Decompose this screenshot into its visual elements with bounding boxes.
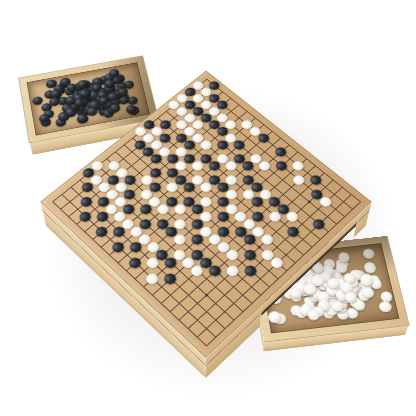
tray-stone-black: [72, 93, 84, 103]
black-stone: [110, 240, 127, 255]
tray-stone-black: [85, 82, 97, 92]
tray-stone-black: [104, 97, 116, 107]
tray-stone-black: [58, 80, 69, 90]
tray-stone-white: [323, 259, 336, 270]
tray-stone-black: [78, 89, 90, 99]
tray-stone-black: [110, 75, 122, 85]
tray-stone-black: [46, 79, 58, 89]
tray-stone-black: [79, 102, 91, 112]
tray-stone-white: [332, 273, 345, 284]
tray-stone-black: [95, 94, 106, 104]
tray-stone-white: [312, 270, 326, 282]
tray-stone-white: [321, 265, 335, 277]
black-stone: [242, 248, 259, 263]
tray-stone-white: [326, 302, 340, 314]
tray-stone-black: [85, 101, 97, 111]
tray-stone-black: [72, 90, 84, 100]
tray-stone-white: [335, 301, 349, 313]
tray-stone-black: [77, 90, 88, 100]
tray-stone-black: [76, 79, 88, 89]
tray-stone-black: [55, 117, 67, 127]
tray-stone-black: [75, 106, 87, 116]
tray-stone-black: [38, 113, 50, 123]
tray-stone-white: [343, 286, 357, 298]
tray-stone-black: [112, 84, 124, 94]
tray-stone-white: [324, 293, 338, 305]
tray-stone-white: [349, 297, 363, 309]
tray-stone-black: [103, 82, 115, 92]
tray-stone-white: [346, 278, 359, 289]
tray-stone-black: [42, 109, 54, 119]
tray-stone-black: [70, 101, 82, 111]
black-stone: [93, 225, 110, 240]
tray-stone-black: [40, 117, 52, 127]
tray-stone-black: [84, 86, 96, 96]
tray-stone-black: [79, 90, 91, 100]
tray-stone-white: [338, 284, 352, 296]
tray-stone-black: [97, 90, 109, 100]
tray-stone-white: [346, 307, 360, 319]
product-photo-scene: [0, 0, 416, 416]
tray-stone-white: [369, 278, 382, 289]
tray-stone-white: [307, 275, 321, 287]
black-stone: [310, 217, 327, 231]
white-stone: [291, 173, 307, 187]
tray-stone-white: [379, 291, 393, 303]
tray-stone-white: [352, 269, 366, 281]
tray-stone-black: [44, 89, 55, 99]
tray-stone-black: [91, 77, 103, 87]
tray-stone-white: [316, 274, 329, 285]
tray-stone-white: [268, 311, 282, 323]
tray-stone-white: [313, 267, 326, 278]
tray-stone-white: [327, 277, 341, 289]
tray-stone-white: [314, 290, 327, 301]
tray-stone-white: [289, 287, 302, 299]
tray-stone-black: [88, 89, 100, 99]
tray-stone-black: [113, 90, 124, 99]
tray-stone-black: [99, 95, 111, 105]
tray-stone-black: [103, 83, 116, 93]
tray-stone-black: [94, 101, 106, 111]
tray-stone-black: [86, 106, 98, 116]
tray-stone-white: [303, 305, 317, 317]
tray-stone-white: [306, 277, 320, 289]
tray-stone-white: [345, 275, 359, 287]
tray-stone-white: [336, 308, 350, 320]
tray-stone-white: [311, 280, 325, 292]
tray-stone-white: [348, 280, 362, 292]
tray-stone-black: [66, 83, 77, 93]
tray-stone-white: [360, 274, 374, 286]
tray-stone-black: [127, 96, 139, 106]
tray-stone-black: [49, 89, 61, 99]
tray-stone-black: [103, 73, 115, 83]
tray-stone-white: [336, 297, 350, 309]
black-stone: [273, 145, 289, 158]
tray-stone-black: [64, 87, 75, 97]
tray-stone-white: [340, 278, 354, 290]
tray-stone-white: [347, 295, 360, 307]
tray-stone-black: [54, 85, 66, 95]
tray-stone-black: [107, 93, 119, 103]
tray-stone-black: [87, 95, 98, 105]
tray-stone-black: [114, 74, 126, 84]
tray-stone-white: [321, 289, 334, 300]
tray-stone-white: [326, 304, 340, 316]
tray-stone-black: [85, 102, 98, 113]
tray-stone-white: [299, 304, 313, 316]
tray-stone-white: [315, 266, 329, 278]
tray-stone-black: [72, 82, 84, 92]
tray-stone-white: [291, 281, 305, 293]
tray-stone-black: [104, 79, 116, 89]
tray-stone-black: [117, 87, 129, 97]
black-stone: [308, 173, 324, 187]
tray-stone-white: [300, 275, 314, 287]
tray-stone-black: [79, 88, 91, 98]
tray-stone-black: [100, 76, 112, 86]
tray-stone-white: [317, 299, 331, 311]
tray-stone-black: [103, 109, 115, 119]
tray-stone-white: [361, 287, 374, 298]
tray-stone-black: [67, 104, 79, 114]
tray-stone-black: [48, 97, 60, 107]
black-stone: [273, 159, 289, 172]
tray-stone-white: [303, 286, 317, 298]
black-stone: [78, 195, 94, 209]
tray-stone-white: [307, 309, 320, 321]
tray-stone-black: [77, 89, 89, 99]
tray-stone-white: [343, 273, 356, 284]
tray-stone-white: [298, 284, 311, 295]
tray-stone-white: [289, 290, 302, 302]
tray-stone-black: [51, 88, 63, 99]
tray-stone-black: [91, 83, 103, 93]
tray-stone-white: [318, 280, 331, 292]
tray-stone-white: [353, 300, 366, 312]
tray-stone-white: [345, 287, 359, 299]
tray-stone-black: [106, 105, 118, 115]
tray-stone-white: [346, 283, 359, 294]
tray-stone-black: [89, 100, 102, 111]
tray-stone-black: [94, 89, 107, 99]
tray-stone-black: [77, 97, 90, 108]
tray-stone-white: [328, 269, 341, 280]
tray-stone-white: [297, 286, 310, 297]
tray-stone-black: [109, 96, 121, 106]
tray-stone-white: [302, 302, 316, 314]
tray-stone-black: [80, 87, 91, 97]
tray-stone-black: [65, 95, 77, 105]
tray-stone-white: [319, 279, 332, 290]
tray-stone-white: [303, 295, 316, 307]
tray-stone-white: [294, 283, 307, 295]
tray-stone-white: [295, 306, 309, 318]
tray-stone-black: [98, 96, 110, 106]
tray-stone-white: [330, 278, 343, 289]
tray-stone-white: [326, 278, 339, 290]
tray-stone-black: [107, 91, 119, 101]
tray-stone-black: [64, 107, 77, 118]
tray-stone-white: [319, 271, 333, 283]
tray-stone-white: [296, 273, 310, 285]
white-stone: [290, 159, 306, 172]
tray-stone-black: [80, 106, 92, 116]
tray-stone-white: [326, 283, 340, 295]
tray-stone-white: [338, 252, 351, 263]
tray-stone-white: [335, 258, 349, 270]
tray-stone-black: [109, 103, 121, 113]
tray-stone-white: [345, 279, 359, 291]
tray-stone-white: [299, 273, 313, 285]
tray-stone-white: [335, 279, 349, 291]
tray-stone-black: [57, 96, 69, 106]
tray-stone-black: [123, 80, 135, 90]
tray-stone-black: [82, 93, 94, 103]
tray-stone-white: [322, 267, 336, 279]
tray-stone-white: [311, 306, 325, 318]
tray-stone-black: [53, 83, 65, 93]
tray-stone-white: [344, 292, 357, 304]
tray-stone-black: [73, 98, 85, 108]
tray-stone-white: [311, 274, 325, 286]
tray-stone-black: [75, 103, 87, 113]
tray-stone-white: [319, 269, 332, 281]
tray-stone-white: [322, 306, 336, 319]
tray-stone-black: [79, 93, 90, 103]
tray-stone-white: [304, 274, 317, 286]
tray-stone-black: [49, 93, 61, 103]
tray-stone-white: [317, 280, 330, 291]
black-stone: [242, 263, 259, 278]
tray-stone-black: [76, 93, 88, 103]
tray-stone-black: [109, 68, 120, 77]
tray-stone-black: [95, 96, 107, 106]
tray-stone-black: [104, 78, 116, 88]
tray-stone-white: [302, 269, 315, 280]
tray-stone-white: [360, 273, 373, 284]
tray-stone-black: [41, 103, 52, 113]
tray-stone-black: [118, 95, 130, 105]
black-stone-tray: [16, 42, 157, 129]
tray-stone-white: [363, 262, 377, 274]
tray-stone-black: [103, 99, 115, 109]
white-stone: [144, 271, 161, 286]
tray-stone-black: [57, 111, 69, 122]
tray-stone-white: [349, 269, 363, 281]
tray-stone-white: [335, 289, 349, 301]
tray-stone-white: [300, 282, 313, 294]
white-stone: [224, 263, 241, 278]
tray-stone-black: [80, 79, 92, 89]
tray-stone-black: [88, 90, 100, 100]
tray-stone-black: [118, 93, 131, 103]
tray-stone-white: [317, 276, 330, 287]
tray-stone-white: [300, 285, 313, 297]
tray-stone-white: [357, 290, 372, 303]
tray-stone-black: [104, 85, 116, 95]
tray-stone-white: [367, 275, 380, 286]
tray-stone-black: [115, 81, 127, 91]
tray-stone-white: [317, 291, 331, 303]
tray-stone-white: [357, 287, 370, 298]
tray-stone-white: [312, 262, 325, 273]
tray-stone-black: [91, 79, 103, 89]
tray-stone-white: [272, 312, 286, 325]
tray-stone-white: [325, 284, 339, 296]
tray-stone-white: [333, 277, 346, 289]
tray-stone-white: [297, 276, 310, 288]
tray-stone-white: [329, 281, 343, 293]
tray-stone-white: [309, 291, 323, 303]
tray-stone-white: [359, 279, 373, 291]
black-stone: [162, 271, 179, 286]
tray-stone-black: [84, 104, 97, 115]
tray-stone-black: [101, 90, 113, 100]
tray-stone-white: [283, 288, 296, 299]
tray-stone-white: [362, 249, 375, 260]
tray-stone-black: [98, 75, 110, 85]
tray-stone-black: [81, 105, 92, 115]
tray-stone-white: [320, 277, 334, 289]
tray-stone-white: [335, 262, 348, 273]
tray-stone-white: [325, 287, 339, 299]
tray-stone-black: [99, 97, 112, 107]
tray-stone-white: [322, 277, 335, 288]
black-stone: [285, 225, 302, 240]
tray-stone-black: [96, 87, 108, 97]
tray-stone-black: [65, 99, 78, 110]
tray-stone-black: [60, 77, 72, 87]
tray-stone-white: [312, 290, 325, 301]
tray-stone-white: [319, 302, 333, 314]
tray-stone-white: [340, 291, 354, 303]
tray-stone-white: [303, 283, 317, 295]
tray-stone-white: [340, 281, 354, 293]
tray-stone-white: [378, 301, 393, 314]
black-stone: [77, 210, 93, 224]
tray-stone-white: [331, 301, 344, 313]
tray-stone-black: [75, 87, 87, 97]
tray-stone-white: [289, 304, 303, 317]
tray-stone-black: [31, 96, 43, 106]
black-stone: [127, 255, 144, 270]
tray-stone-black: [59, 77, 71, 87]
tray-stone-black: [61, 103, 73, 113]
tray-stone-white: [317, 293, 331, 305]
tray-stone-black: [112, 75, 124, 85]
